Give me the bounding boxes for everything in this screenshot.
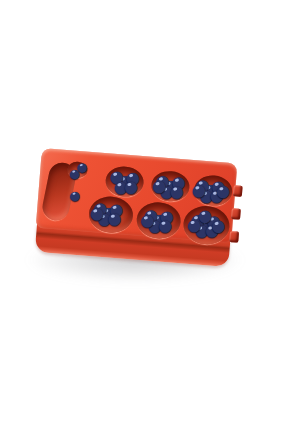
pit-top-1[interactable]: ●●●●● <box>105 165 145 198</box>
mancala-board: ●●●●●●●●●●●●●●●●●●●●●●●●●●●●●●●●●●●●●●●●… <box>34 148 238 267</box>
pit-bottom-2[interactable]: ●●●●●● <box>135 201 182 240</box>
blue-stone: ● <box>158 219 171 232</box>
blue-stone: ● <box>216 185 229 198</box>
blue-stone: ● <box>107 212 120 225</box>
blue-stone: ● <box>140 214 153 227</box>
blue-stone: ● <box>198 209 211 222</box>
board-top-surface: ●●●●●●●●●●●●●●●●●●●●●●●●●●●●●●●●●●●●●●●●… <box>36 148 238 243</box>
pit-small[interactable]: ●● <box>67 161 88 179</box>
blue-stone: ● <box>90 207 103 220</box>
blue-stone: ● <box>192 184 205 197</box>
blue-stone: ● <box>152 180 165 193</box>
blue-stone: ● <box>70 191 80 201</box>
pit-bottom-1[interactable]: ●●●●●● <box>88 195 135 234</box>
clip-tab-2 <box>231 208 241 220</box>
pit-top-3[interactable]: ●●●●●●● <box>193 174 233 207</box>
clip-tab-3 <box>229 231 239 243</box>
pit-top-2[interactable]: ●●●●●● <box>150 170 190 203</box>
blue-stone: ● <box>69 169 79 179</box>
blue-stone: ● <box>211 220 224 233</box>
clip-tab-1 <box>233 185 243 197</box>
blue-stone: ● <box>124 181 137 194</box>
photo-scene: ●●●●●●●●●●●●●●●●●●●●●●●●●●●●●●●●●●●●●●●●… <box>0 0 287 430</box>
pit-bottom-3[interactable]: ●●●●●●●● <box>182 204 231 245</box>
blue-stone: ● <box>170 185 183 198</box>
